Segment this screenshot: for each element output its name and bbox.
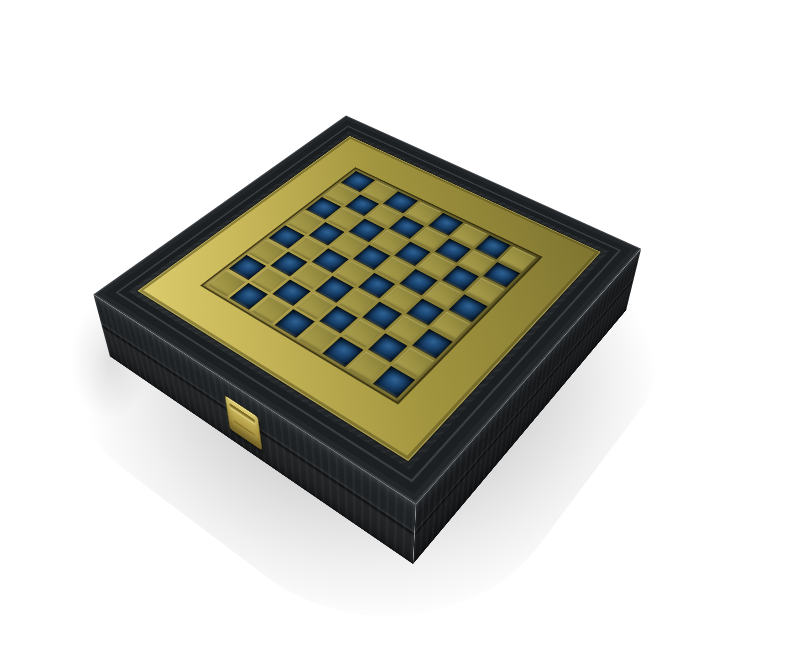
square-r5c4 — [338, 289, 377, 316]
photo-background — [0, 0, 800, 654]
square-r5c6 — [387, 315, 427, 344]
square-r6c4 — [319, 306, 358, 334]
square-r7c3 — [274, 309, 314, 337]
square-r7c0 — [207, 270, 245, 296]
square-r7c5 — [322, 337, 363, 367]
square-r7c4 — [298, 323, 338, 352]
square-r6c6 — [368, 333, 408, 363]
square-r6c2 — [272, 279, 311, 306]
square-r7c6 — [347, 351, 388, 382]
square-r5c7 — [413, 329, 453, 359]
square-r6c5 — [343, 319, 383, 348]
square-r4c5 — [381, 285, 419, 312]
square-r2c7 — [466, 278, 504, 305]
square-r7c1 — [229, 283, 268, 310]
square-r4c7 — [431, 311, 470, 340]
square-r3c5 — [400, 269, 438, 295]
board — [203, 169, 540, 402]
square-r5c3 — [315, 276, 353, 302]
square-r4c6 — [406, 298, 445, 326]
square-r3c7 — [449, 294, 488, 322]
square-r7c2 — [251, 296, 290, 324]
scene — [179, 76, 569, 466]
square-r4c4 — [358, 272, 396, 298]
square-r7c7 — [373, 366, 415, 398]
square-r6c3 — [295, 292, 334, 319]
chess-case — [93, 115, 641, 504]
square-r6c7 — [393, 347, 434, 378]
square-r3c6 — [424, 282, 462, 309]
square-r5c5 — [362, 302, 401, 330]
